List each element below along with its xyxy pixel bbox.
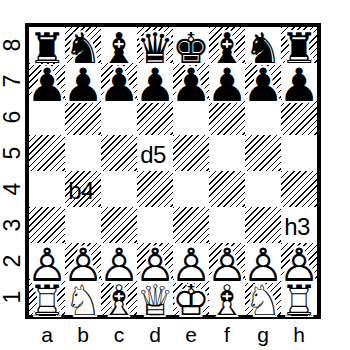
file-label-f: f	[209, 324, 245, 346]
piece-halo: ♟	[173, 243, 209, 279]
piece-halo: ♝	[101, 279, 137, 315]
square-h2[interactable]: ♟♙	[281, 243, 317, 279]
board-frame: ♜♜♞♞♝♝♛♛♚♚♝♝♞♞♜♜♟♟♟♟♟♟♟♟♟♟♟♟♟♟♟♟d5b4h3♟♙…	[25, 23, 321, 319]
square-d6[interactable]	[137, 99, 173, 135]
piece-black-pawn-h7: ♟	[281, 63, 317, 99]
square-d1[interactable]: ♛♕	[137, 279, 173, 315]
square-b4[interactable]: b4	[65, 171, 101, 207]
square-c5[interactable]	[101, 135, 137, 171]
piece-black-pawn-c7: ♟	[101, 63, 137, 99]
piece-black-rook-h8: ♜	[281, 27, 317, 63]
file-label-a: a	[29, 324, 65, 346]
square-h7[interactable]: ♟♟	[281, 63, 317, 99]
piece-halo: ♜	[281, 27, 317, 63]
square-c8[interactable]: ♝♝	[101, 27, 137, 63]
piece-halo: ♞	[65, 27, 101, 63]
square-e3[interactable]	[173, 207, 209, 243]
square-d3[interactable]	[137, 207, 173, 243]
square-f6[interactable]	[209, 99, 245, 135]
piece-halo: ♟	[209, 63, 245, 99]
square-h6[interactable]	[281, 99, 317, 135]
square-c4[interactable]	[101, 171, 137, 207]
square-d2[interactable]: ♟♙	[137, 243, 173, 279]
piece-black-knight-g8: ♞	[245, 27, 281, 63]
square-e8[interactable]: ♚♚	[173, 27, 209, 63]
piece-black-pawn-f7: ♟	[209, 63, 245, 99]
piece-halo: ♟	[101, 243, 137, 279]
piece-white-rook-h1: ♖	[281, 279, 317, 315]
piece-halo: ♟	[137, 63, 173, 99]
file-label-c: c	[101, 324, 137, 346]
square-f2[interactable]: ♟♙	[209, 243, 245, 279]
square-e4[interactable]	[173, 171, 209, 207]
square-label-b4: b4	[65, 171, 101, 207]
piece-halo: ♟	[29, 243, 65, 279]
piece-white-pawn-c2: ♙	[101, 243, 137, 279]
square-d5[interactable]: d5	[137, 135, 173, 171]
square-b7[interactable]: ♟♟	[65, 63, 101, 99]
square-h8[interactable]: ♜♜	[281, 27, 317, 63]
piece-white-knight-g1: ♘	[245, 279, 281, 315]
piece-white-bishop-f1: ♗	[209, 279, 245, 315]
piece-halo: ♜	[29, 279, 65, 315]
piece-white-queen-d1: ♕	[137, 279, 173, 315]
square-g8[interactable]: ♞♞	[245, 27, 281, 63]
square-h5[interactable]	[281, 135, 317, 171]
piece-white-pawn-h2: ♙	[281, 243, 317, 279]
square-c2[interactable]: ♟♙	[101, 243, 137, 279]
piece-halo: ♛	[137, 279, 173, 315]
square-e7[interactable]: ♟♟	[173, 63, 209, 99]
piece-black-bishop-f8: ♝	[209, 27, 245, 63]
piece-halo: ♝	[209, 27, 245, 63]
square-a1[interactable]: ♜♖	[29, 279, 65, 315]
square-b1[interactable]: ♞♘	[65, 279, 101, 315]
piece-black-pawn-a7: ♟	[29, 63, 65, 99]
piece-halo: ♞	[245, 27, 281, 63]
piece-halo: ♞	[245, 279, 281, 315]
piece-white-pawn-f2: ♙	[209, 243, 245, 279]
piece-black-knight-b8: ♞	[65, 27, 101, 63]
square-a3[interactable]	[29, 207, 65, 243]
square-c7[interactable]: ♟♟	[101, 63, 137, 99]
piece-halo: ♟	[29, 63, 65, 99]
chess-board: ♜♜♞♞♝♝♛♛♚♚♝♝♞♞♜♜♟♟♟♟♟♟♟♟♟♟♟♟♟♟♟♟d5b4h3♟♙…	[29, 27, 317, 315]
piece-halo: ♟	[137, 243, 173, 279]
square-g3[interactable]	[245, 207, 281, 243]
square-c1[interactable]: ♝♗	[101, 279, 137, 315]
square-a7[interactable]: ♟♟	[29, 63, 65, 99]
square-h3[interactable]: h3	[281, 207, 317, 243]
square-b6[interactable]	[65, 99, 101, 135]
square-a4[interactable]	[29, 171, 65, 207]
piece-halo: ♟	[65, 63, 101, 99]
file-label-g: g	[245, 324, 281, 346]
square-b3[interactable]	[65, 207, 101, 243]
square-e5[interactable]	[173, 135, 209, 171]
piece-black-pawn-b7: ♟	[65, 63, 101, 99]
square-d7[interactable]: ♟♟	[137, 63, 173, 99]
piece-halo: ♟	[245, 243, 281, 279]
piece-halo: ♟	[245, 63, 281, 99]
piece-halo: ♟	[101, 63, 137, 99]
piece-halo: ♟	[65, 243, 101, 279]
square-f4[interactable]	[209, 171, 245, 207]
square-g2[interactable]: ♟♙	[245, 243, 281, 279]
square-b2[interactable]: ♟♙	[65, 243, 101, 279]
square-c6[interactable]	[101, 99, 137, 135]
square-g5[interactable]	[245, 135, 281, 171]
file-label-e: e	[173, 324, 209, 346]
square-a2[interactable]: ♟♙	[29, 243, 65, 279]
piece-white-pawn-e2: ♙	[173, 243, 209, 279]
square-b8[interactable]: ♞♞	[65, 27, 101, 63]
piece-halo: ♜	[281, 279, 317, 315]
square-d8[interactable]: ♛♛	[137, 27, 173, 63]
piece-black-queen-d8: ♛	[137, 27, 173, 63]
piece-white-king-e1: ♔	[173, 279, 209, 315]
piece-halo: ♝	[101, 27, 137, 63]
square-f7[interactable]: ♟♟	[209, 63, 245, 99]
square-f1[interactable]: ♝♗	[209, 279, 245, 315]
piece-white-bishop-c1: ♗	[101, 279, 137, 315]
piece-halo: ♞	[65, 279, 101, 315]
piece-black-pawn-e7: ♟	[173, 63, 209, 99]
square-e1[interactable]: ♚♔	[173, 279, 209, 315]
square-g7[interactable]: ♟♟	[245, 63, 281, 99]
piece-halo: ♟	[209, 243, 245, 279]
square-f3[interactable]	[209, 207, 245, 243]
square-e6[interactable]	[173, 99, 209, 135]
square-h4[interactable]	[281, 171, 317, 207]
piece-halo: ♚	[173, 27, 209, 63]
square-d4[interactable]	[137, 171, 173, 207]
chess-diagram: 87654321 ♜♜♞♞♝♝♛♛♚♚♝♝♞♞♜♜♟♟♟♟♟♟♟♟♟♟♟♟♟♟♟…	[0, 0, 350, 350]
square-a8[interactable]: ♜♜	[29, 27, 65, 63]
square-a6[interactable]	[29, 99, 65, 135]
square-g4[interactable]	[245, 171, 281, 207]
piece-black-pawn-g7: ♟	[245, 63, 281, 99]
square-c3[interactable]	[101, 207, 137, 243]
piece-halo: ♟	[173, 63, 209, 99]
square-g6[interactable]	[245, 99, 281, 135]
piece-black-rook-a8: ♜	[29, 27, 65, 63]
file-label-d: d	[137, 324, 173, 346]
file-label-b: b	[65, 324, 101, 346]
piece-white-pawn-d2: ♙	[137, 243, 173, 279]
piece-black-king-e8: ♚	[173, 27, 209, 63]
square-label-d5: d5	[137, 135, 173, 171]
square-label-h3: h3	[281, 207, 317, 243]
square-a5[interactable]	[29, 135, 65, 171]
piece-white-pawn-a2: ♙	[29, 243, 65, 279]
file-label-h: h	[281, 324, 317, 346]
piece-black-bishop-c8: ♝	[101, 27, 137, 63]
piece-halo: ♟	[281, 63, 317, 99]
square-f8[interactable]: ♝♝	[209, 27, 245, 63]
piece-halo: ♟	[281, 243, 317, 279]
piece-halo: ♝	[209, 279, 245, 315]
piece-white-rook-a1: ♖	[29, 279, 65, 315]
piece-white-pawn-b2: ♙	[65, 243, 101, 279]
piece-halo: ♜	[29, 27, 65, 63]
square-g1[interactable]: ♞♘	[245, 279, 281, 315]
piece-halo: ♚	[173, 279, 209, 315]
square-f5[interactable]	[209, 135, 245, 171]
piece-black-pawn-d7: ♟	[137, 63, 173, 99]
square-b5[interactable]	[65, 135, 101, 171]
square-e2[interactable]: ♟♙	[173, 243, 209, 279]
piece-halo: ♛	[137, 27, 173, 63]
piece-white-pawn-g2: ♙	[245, 243, 281, 279]
square-h1[interactable]: ♜♖	[281, 279, 317, 315]
piece-white-knight-b1: ♘	[65, 279, 101, 315]
